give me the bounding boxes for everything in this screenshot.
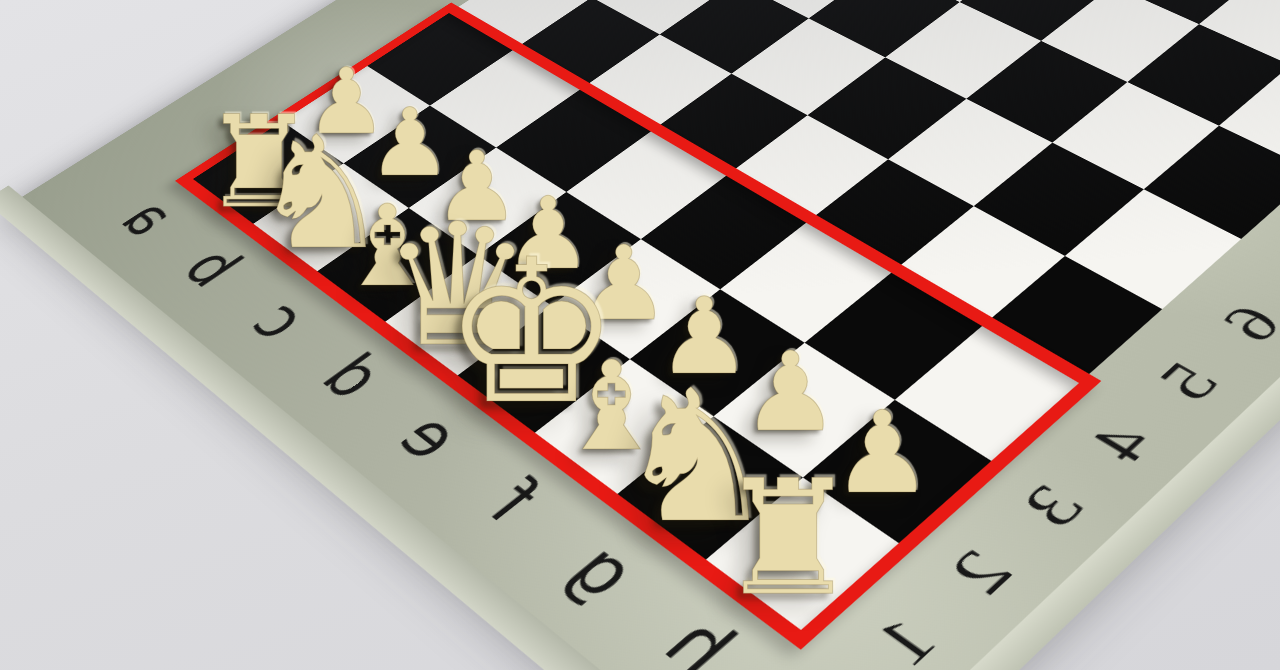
board-plane: abcdefgh12345678: [193, 0, 1280, 630]
scene-background: abcdefgh12345678 ♜♞♝♛♚♝♞♜♟♟♟♟♟♟♟♟: [0, 0, 1280, 670]
